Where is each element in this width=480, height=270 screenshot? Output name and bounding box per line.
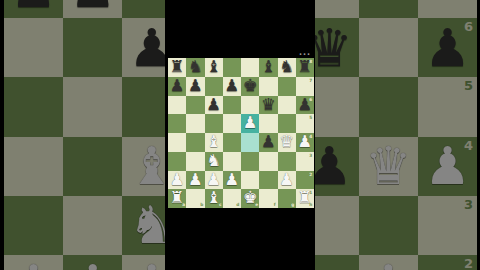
square-f4[interactable]: ♟ (259, 133, 277, 152)
square-a3[interactable] (168, 152, 186, 171)
file-label-d: d (236, 203, 239, 207)
file-label-f: f (274, 203, 276, 207)
square-b5[interactable] (186, 114, 204, 133)
square-a6[interactable] (168, 96, 186, 115)
square-a4[interactable] (168, 133, 186, 152)
square-a5[interactable] (168, 114, 186, 133)
black-rook-a8: ♜ (170, 59, 185, 76)
square-g8[interactable]: ♞ (278, 58, 296, 77)
menu-dots-icon[interactable]: ··· (299, 50, 311, 59)
file-label-h: h (309, 203, 312, 207)
square-d4[interactable] (223, 133, 241, 152)
file-label-g: g (291, 203, 294, 207)
square-h4[interactable]: ♟4 (296, 133, 314, 152)
square-g5[interactable] (278, 114, 296, 133)
black-queen-f6: ♛ (261, 97, 276, 114)
square-c6[interactable]: ♟ (205, 96, 223, 115)
square-d6[interactable] (223, 96, 241, 115)
square-a8[interactable]: ♜ (168, 58, 186, 77)
square-g6[interactable] (278, 96, 296, 115)
square-e1[interactable]: ♚e (241, 189, 259, 208)
chess-board: ♜♞♝♝♞♜8♟♟♟♚7♟♛♟6♟5♝♟♛♟4♞3♟♟♟♟♟2♜ab♝cd♚ef… (168, 58, 314, 208)
square-g2[interactable]: ♟ (278, 171, 296, 190)
rank-label-6: 6 (309, 97, 312, 101)
square-c4[interactable]: ♝ (205, 133, 223, 152)
white-pawn-d2: ♟ (224, 172, 239, 189)
rank-label-4: 4 (309, 134, 312, 138)
square-g1[interactable]: g (278, 189, 296, 208)
square-e8[interactable] (241, 58, 259, 77)
square-f1[interactable]: f (259, 189, 277, 208)
white-pawn-g2: ♟ (279, 172, 294, 189)
rank-label-5: 5 (309, 115, 312, 119)
black-king-e7: ♚ (243, 78, 258, 95)
square-a2[interactable]: ♟ (168, 171, 186, 190)
square-h2[interactable]: 2 (296, 171, 314, 190)
white-pawn-a2: ♟ (170, 172, 185, 189)
file-label-b: b (200, 203, 203, 207)
square-b3[interactable] (186, 152, 204, 171)
square-h3[interactable]: 3 (296, 152, 314, 171)
white-pawn-b2: ♟ (188, 172, 203, 189)
square-e3[interactable] (241, 152, 259, 171)
square-e4[interactable] (241, 133, 259, 152)
white-pawn-e5: ♟ (243, 115, 258, 132)
square-h1[interactable]: ♜1h (296, 189, 314, 208)
square-d7[interactable]: ♟ (223, 77, 241, 96)
rank-label-7: 7 (309, 78, 312, 82)
square-c3[interactable]: ♞ (205, 152, 223, 171)
square-b7[interactable]: ♟ (186, 77, 204, 96)
file-label-a: a (182, 203, 185, 207)
black-pawn-f4: ♟ (261, 134, 276, 151)
square-c1[interactable]: ♝c (205, 189, 223, 208)
square-e7[interactable]: ♚ (241, 77, 259, 96)
square-g7[interactable] (278, 77, 296, 96)
black-pawn-b7: ♟ (188, 78, 203, 95)
square-c7[interactable] (205, 77, 223, 96)
square-f7[interactable] (259, 77, 277, 96)
rank-label-2: 2 (309, 172, 312, 176)
square-a7[interactable]: ♟ (168, 77, 186, 96)
square-a1[interactable]: ♜a (168, 189, 186, 208)
square-d2[interactable]: ♟ (223, 171, 241, 190)
square-e6[interactable] (241, 96, 259, 115)
square-f2[interactable] (259, 171, 277, 190)
square-f5[interactable] (259, 114, 277, 133)
rank-label-8: 8 (309, 59, 312, 63)
file-label-c: c (219, 203, 222, 207)
black-bishop-f8: ♝ (261, 59, 276, 76)
square-c5[interactable] (205, 114, 223, 133)
square-d8[interactable] (223, 58, 241, 77)
square-f6[interactable]: ♛ (259, 96, 277, 115)
square-b4[interactable] (186, 133, 204, 152)
square-g3[interactable] (278, 152, 296, 171)
square-b8[interactable]: ♞ (186, 58, 204, 77)
square-f3[interactable] (259, 152, 277, 171)
black-pawn-c6: ♟ (206, 97, 221, 114)
square-d3[interactable] (223, 152, 241, 171)
black-knight-b8: ♞ (188, 59, 203, 76)
black-pawn-a7: ♟ (170, 78, 185, 95)
square-h5[interactable]: 5 (296, 114, 314, 133)
square-c2[interactable]: ♟ (205, 171, 223, 190)
square-h8[interactable]: ♜8 (296, 58, 314, 77)
white-bishop-c4: ♝ (206, 134, 221, 151)
square-b1[interactable]: b (186, 189, 204, 208)
white-knight-c3: ♞ (206, 153, 221, 170)
square-g4[interactable]: ♛ (278, 133, 296, 152)
rank-label-3: 3 (309, 153, 312, 157)
square-b2[interactable]: ♟ (186, 171, 204, 190)
square-h7[interactable]: 7 (296, 77, 314, 96)
square-d1[interactable]: d (223, 189, 241, 208)
square-b6[interactable] (186, 96, 204, 115)
file-label-e: e (255, 203, 258, 207)
square-e5[interactable]: ♟ (241, 114, 259, 133)
square-f8[interactable]: ♝ (259, 58, 277, 77)
square-d5[interactable] (223, 114, 241, 133)
square-e2[interactable] (241, 171, 259, 190)
square-c8[interactable]: ♝ (205, 58, 223, 77)
video-frame: ♜♞♝♝♞♜8♟♟♟♚7♟♛♟6♟5♝♟♛♟4♞3♟♟♟♟♟2♜ab♝cd♚ef… (0, 0, 480, 270)
white-queen-g4: ♛ (279, 134, 294, 151)
square-h6[interactable]: ♟6 (296, 96, 314, 115)
white-pawn-c2: ♟ (206, 172, 221, 189)
black-bishop-c8: ♝ (206, 59, 221, 76)
black-knight-g8: ♞ (279, 59, 294, 76)
rank-label-1: 1 (309, 190, 312, 194)
black-pawn-d7: ♟ (224, 78, 239, 95)
